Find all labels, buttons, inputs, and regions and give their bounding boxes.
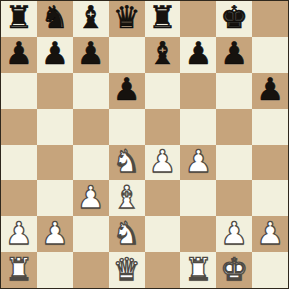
square-f5[interactable] — [180, 109, 216, 145]
piece-white-pawn[interactable]: ♟ — [220, 218, 248, 249]
square-e7[interactable]: ♝ — [145, 37, 181, 73]
square-f8[interactable] — [180, 1, 216, 37]
piece-black-bishop[interactable]: ♝ — [77, 2, 105, 33]
square-h8[interactable] — [252, 1, 288, 37]
piece-black-pawn[interactable]: ♟ — [41, 38, 69, 69]
piece-black-pawn[interactable]: ♟ — [256, 74, 284, 105]
square-e8[interactable]: ♜ — [145, 1, 181, 37]
piece-white-rook[interactable]: ♜ — [5, 254, 33, 285]
square-a6[interactable] — [1, 73, 37, 109]
square-h5[interactable] — [252, 109, 288, 145]
piece-white-pawn[interactable]: ♟ — [41, 218, 69, 249]
square-h1[interactable] — [252, 252, 288, 288]
square-g5[interactable] — [216, 109, 252, 145]
piece-white-king[interactable]: ♚ — [220, 254, 248, 285]
piece-white-pawn[interactable]: ♟ — [149, 146, 177, 177]
piece-white-pawn[interactable]: ♟ — [256, 218, 284, 249]
square-d2[interactable]: ♞ — [109, 216, 145, 252]
piece-black-knight[interactable]: ♞ — [41, 2, 69, 33]
square-h2[interactable]: ♟ — [252, 216, 288, 252]
piece-black-pawn[interactable]: ♟ — [113, 74, 141, 105]
piece-black-rook[interactable]: ♜ — [149, 2, 177, 33]
square-a1[interactable]: ♜ — [1, 252, 37, 288]
piece-white-bishop[interactable]: ♝ — [113, 182, 141, 213]
square-c7[interactable]: ♟ — [73, 37, 109, 73]
square-f1[interactable]: ♜ — [180, 252, 216, 288]
chess-board[interactable]: ♜♞♝♛♜♚♟♟♟♝♟♟♟♟♞♟♟♟♝♟♟♞♟♟♜♛♜♚ — [1, 1, 288, 288]
piece-white-queen[interactable]: ♛ — [113, 254, 141, 285]
piece-black-queen[interactable]: ♛ — [113, 2, 141, 33]
square-e1[interactable] — [145, 252, 181, 288]
square-c5[interactable] — [73, 109, 109, 145]
square-b6[interactable] — [37, 73, 73, 109]
square-d1[interactable]: ♛ — [109, 252, 145, 288]
piece-black-pawn[interactable]: ♟ — [184, 38, 212, 69]
square-a3[interactable] — [1, 180, 37, 216]
square-e5[interactable] — [145, 109, 181, 145]
square-d5[interactable] — [109, 109, 145, 145]
piece-black-pawn[interactable]: ♟ — [5, 38, 33, 69]
square-c1[interactable] — [73, 252, 109, 288]
square-d8[interactable]: ♛ — [109, 1, 145, 37]
piece-black-pawn[interactable]: ♟ — [220, 38, 248, 69]
square-d7[interactable] — [109, 37, 145, 73]
square-c8[interactable]: ♝ — [73, 1, 109, 37]
square-h7[interactable] — [252, 37, 288, 73]
piece-white-pawn[interactable]: ♟ — [184, 146, 212, 177]
square-g1[interactable]: ♚ — [216, 252, 252, 288]
square-b2[interactable]: ♟ — [37, 216, 73, 252]
square-c4[interactable] — [73, 145, 109, 181]
square-f7[interactable]: ♟ — [180, 37, 216, 73]
piece-black-king[interactable]: ♚ — [220, 2, 248, 33]
square-e2[interactable] — [145, 216, 181, 252]
square-b1[interactable] — [37, 252, 73, 288]
piece-white-knight[interactable]: ♞ — [113, 218, 141, 249]
square-a2[interactable]: ♟ — [1, 216, 37, 252]
piece-white-rook[interactable]: ♜ — [184, 254, 212, 285]
piece-black-bishop[interactable]: ♝ — [149, 38, 177, 69]
square-h3[interactable] — [252, 180, 288, 216]
square-h6[interactable]: ♟ — [252, 73, 288, 109]
piece-white-pawn[interactable]: ♟ — [5, 218, 33, 249]
square-f6[interactable] — [180, 73, 216, 109]
piece-black-pawn[interactable]: ♟ — [77, 38, 105, 69]
square-d4[interactable]: ♞ — [109, 145, 145, 181]
piece-black-rook[interactable]: ♜ — [5, 2, 33, 33]
square-a7[interactable]: ♟ — [1, 37, 37, 73]
square-e3[interactable] — [145, 180, 181, 216]
square-g6[interactable] — [216, 73, 252, 109]
piece-white-pawn[interactable]: ♟ — [77, 182, 105, 213]
square-f2[interactable] — [180, 216, 216, 252]
square-b3[interactable] — [37, 180, 73, 216]
square-b4[interactable] — [37, 145, 73, 181]
square-c6[interactable] — [73, 73, 109, 109]
square-e6[interactable] — [145, 73, 181, 109]
square-g2[interactable]: ♟ — [216, 216, 252, 252]
square-g4[interactable] — [216, 145, 252, 181]
square-b7[interactable]: ♟ — [37, 37, 73, 73]
piece-white-knight[interactable]: ♞ — [113, 146, 141, 177]
square-e4[interactable]: ♟ — [145, 145, 181, 181]
square-d6[interactable]: ♟ — [109, 73, 145, 109]
square-c3[interactable]: ♟ — [73, 180, 109, 216]
square-g7[interactable]: ♟ — [216, 37, 252, 73]
square-a5[interactable] — [1, 109, 37, 145]
square-a4[interactable] — [1, 145, 37, 181]
square-a8[interactable]: ♜ — [1, 1, 37, 37]
square-g8[interactable]: ♚ — [216, 1, 252, 37]
square-b5[interactable] — [37, 109, 73, 145]
square-d3[interactable]: ♝ — [109, 180, 145, 216]
square-c2[interactable] — [73, 216, 109, 252]
square-g3[interactable] — [216, 180, 252, 216]
square-b8[interactable]: ♞ — [37, 1, 73, 37]
square-h4[interactable] — [252, 145, 288, 181]
chess-board-frame: ♜♞♝♛♜♚♟♟♟♝♟♟♟♟♞♟♟♟♝♟♟♞♟♟♜♛♜♚ — [0, 0, 289, 289]
square-f3[interactable] — [180, 180, 216, 216]
square-f4[interactable]: ♟ — [180, 145, 216, 181]
